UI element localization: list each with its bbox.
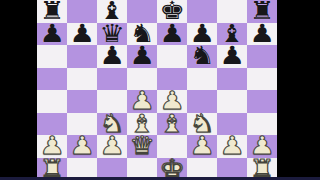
black-pawn[interactable]: ♟ [159,23,185,45]
square-g6[interactable]: ♟ [217,45,247,68]
square-h5[interactable] [247,68,277,91]
square-b5[interactable] [67,68,97,91]
square-e6[interactable] [157,45,187,68]
chess-board: ♜♝♚♜♟♟♛♞♟♟♝♟♟♟♞♟♟♟♞♝♝♞♟♟♟♛♟♟♟♜♚♜ [37,0,277,180]
black-pawn[interactable]: ♟ [99,45,125,67]
square-b4[interactable] [67,90,97,113]
video-frame: ♜♝♚♜♟♟♛♞♟♟♝♟♟♟♞♟♟♟♞♝♝♞♟♟♟♛♟♟♟♜♚♜ [0,0,320,180]
square-e3[interactable]: ♝ [157,113,187,136]
square-e7[interactable]: ♟ [157,23,187,46]
black-pawn[interactable]: ♟ [219,45,245,67]
square-b7[interactable]: ♟ [67,23,97,46]
letterbox-left [0,0,37,180]
white-pawn[interactable]: ♟ [219,135,245,157]
square-a6[interactable] [37,45,67,68]
black-pawn[interactable]: ♟ [69,23,95,45]
black-pawn[interactable]: ♟ [249,23,275,45]
square-g2[interactable]: ♟ [217,135,247,158]
black-knight[interactable]: ♞ [189,45,215,67]
square-c5[interactable] [97,68,127,91]
white-bishop[interactable]: ♝ [159,113,185,135]
square-b2[interactable]: ♟ [67,135,97,158]
square-h4[interactable] [247,90,277,113]
square-f6[interactable]: ♞ [187,45,217,68]
square-a5[interactable] [37,68,67,91]
white-pawn[interactable]: ♟ [189,135,215,157]
square-c2[interactable]: ♟ [97,135,127,158]
square-d6[interactable]: ♟ [127,45,157,68]
black-pawn[interactable]: ♟ [129,45,155,67]
black-pawn[interactable]: ♟ [39,23,65,45]
square-a7[interactable]: ♟ [37,23,67,46]
square-h6[interactable] [247,45,277,68]
square-f5[interactable] [187,68,217,91]
white-pawn[interactable]: ♟ [99,135,125,157]
white-pawn[interactable]: ♟ [69,135,95,157]
square-h7[interactable]: ♟ [247,23,277,46]
square-f2[interactable]: ♟ [187,135,217,158]
square-g4[interactable] [217,90,247,113]
square-d2[interactable]: ♛ [127,135,157,158]
square-g5[interactable] [217,68,247,91]
frame-bottom-edge [0,177,320,180]
letterbox-right [277,0,320,180]
square-b6[interactable] [67,45,97,68]
white-queen[interactable]: ♛ [129,135,155,157]
square-c6[interactable]: ♟ [97,45,127,68]
square-a4[interactable] [37,90,67,113]
